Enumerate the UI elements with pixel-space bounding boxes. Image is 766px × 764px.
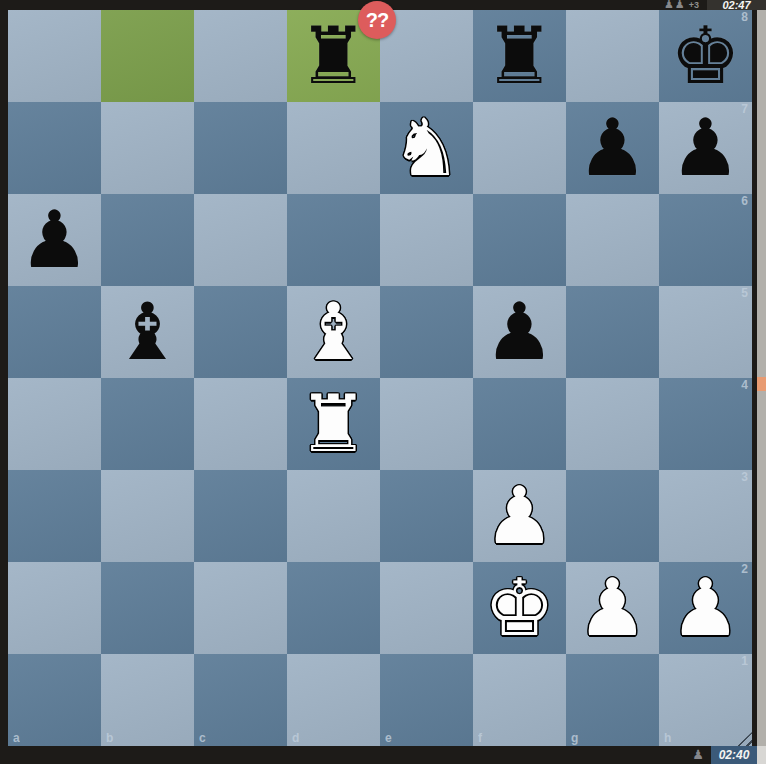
square-a5[interactable] — [8, 286, 101, 378]
square-f7[interactable] — [473, 102, 566, 194]
rank-label-1: 1 — [741, 654, 748, 668]
square-g3[interactable] — [566, 470, 659, 562]
square-h1[interactable]: h1 — [659, 654, 752, 746]
page-scrollbar[interactable] — [757, 10, 766, 746]
square-a2[interactable] — [8, 562, 101, 654]
file-label-e: e — [385, 731, 392, 745]
black-pawn-a6[interactable]: ♟ — [8, 194, 101, 286]
square-a7[interactable] — [8, 102, 101, 194]
square-e6[interactable] — [380, 194, 473, 286]
rank-label-6: 6 — [741, 194, 748, 208]
scrollbar-corner — [757, 746, 766, 764]
square-f5[interactable]: ♟ — [473, 286, 566, 378]
white-pawn-h2[interactable]: ♟ — [659, 562, 752, 654]
square-c5[interactable] — [194, 286, 287, 378]
square-c3[interactable] — [194, 470, 287, 562]
blunder-badge: ?? — [358, 1, 396, 39]
square-h6[interactable]: 6 — [659, 194, 752, 286]
square-c4[interactable] — [194, 378, 287, 470]
bottom-player-bar: ♟ 02:40 — [0, 746, 766, 764]
material-score: +3 — [689, 0, 699, 10]
square-h4[interactable]: 4 — [659, 378, 752, 470]
file-label-c: c — [199, 731, 206, 745]
black-bishop-b5[interactable]: ♝ — [101, 286, 194, 378]
square-a1[interactable]: a — [8, 654, 101, 746]
square-h8[interactable]: 8♚ — [659, 10, 752, 102]
square-f2[interactable]: ♚ — [473, 562, 566, 654]
square-e1[interactable]: e — [380, 654, 473, 746]
square-e2[interactable] — [380, 562, 473, 654]
square-a3[interactable] — [8, 470, 101, 562]
scrollbar-marker[interactable] — [757, 377, 766, 391]
square-c1[interactable]: c — [194, 654, 287, 746]
material-advantage: ♟♟ +3 — [664, 0, 699, 10]
white-bishop-d5[interactable]: ♝ — [287, 286, 380, 378]
square-d3[interactable] — [287, 470, 380, 562]
square-h5[interactable]: 5 — [659, 286, 752, 378]
square-c7[interactable] — [194, 102, 287, 194]
square-b5[interactable]: ♝ — [101, 286, 194, 378]
black-clock: 02:47 — [707, 0, 766, 10]
square-c6[interactable] — [194, 194, 287, 286]
square-h7[interactable]: 7♟ — [659, 102, 752, 194]
square-d5[interactable]: ♝ — [287, 286, 380, 378]
white-pawn-f3[interactable]: ♟ — [473, 470, 566, 562]
black-pawn-g7[interactable]: ♟ — [566, 102, 659, 194]
square-b1[interactable]: b — [101, 654, 194, 746]
square-e7[interactable]: ♞ — [380, 102, 473, 194]
square-f6[interactable] — [473, 194, 566, 286]
rank-label-4: 4 — [741, 378, 748, 392]
square-g5[interactable] — [566, 286, 659, 378]
square-f8[interactable]: ♜ — [473, 10, 566, 102]
square-e3[interactable] — [380, 470, 473, 562]
square-d7[interactable] — [287, 102, 380, 194]
white-king-f2[interactable]: ♚ — [473, 562, 566, 654]
black-pawn-f5[interactable]: ♟ — [473, 286, 566, 378]
black-rook-f8[interactable]: ♜ — [473, 10, 566, 102]
square-c8[interactable] — [194, 10, 287, 102]
file-label-h: h — [664, 731, 671, 745]
black-king-h8[interactable]: ♚ — [659, 10, 752, 102]
square-b6[interactable] — [101, 194, 194, 286]
square-d2[interactable] — [287, 562, 380, 654]
square-e5[interactable] — [380, 286, 473, 378]
square-b4[interactable] — [101, 378, 194, 470]
square-e4[interactable] — [380, 378, 473, 470]
file-label-b: b — [106, 731, 113, 745]
square-g1[interactable]: g — [566, 654, 659, 746]
chess-board[interactable]: ♜♜8♚♞♟7♟♟6♝♝♟5♜4♟3♚♟2♟abcdefgh1 — [8, 10, 752, 746]
square-d4[interactable]: ♜ — [287, 378, 380, 470]
white-clock: 02:40 — [711, 746, 757, 764]
white-pawn-g2[interactable]: ♟ — [566, 562, 659, 654]
white-rook-d4[interactable]: ♜ — [287, 378, 380, 470]
square-a4[interactable] — [8, 378, 101, 470]
square-h2[interactable]: 2♟ — [659, 562, 752, 654]
black-pawn-h7[interactable]: ♟ — [659, 102, 752, 194]
square-b8[interactable] — [101, 10, 194, 102]
file-label-f: f — [478, 731, 482, 745]
square-b7[interactable] — [101, 102, 194, 194]
square-f4[interactable] — [473, 378, 566, 470]
white-knight-e7[interactable]: ♞ — [380, 102, 473, 194]
square-d1[interactable]: d — [287, 654, 380, 746]
square-a8[interactable] — [8, 10, 101, 102]
square-h3[interactable]: 3 — [659, 470, 752, 562]
square-g7[interactable]: ♟ — [566, 102, 659, 194]
file-label-d: d — [292, 731, 299, 745]
rank-label-5: 5 — [741, 286, 748, 300]
square-f3[interactable]: ♟ — [473, 470, 566, 562]
file-label-a: a — [13, 731, 20, 745]
square-f1[interactable]: f — [473, 654, 566, 746]
square-g6[interactable] — [566, 194, 659, 286]
square-g8[interactable] — [566, 10, 659, 102]
square-d6[interactable] — [287, 194, 380, 286]
captured-pawns-icons: ♟♟ — [664, 0, 686, 10]
pawn-icon: ♟ — [692, 746, 704, 764]
square-g2[interactable]: ♟ — [566, 562, 659, 654]
square-b2[interactable] — [101, 562, 194, 654]
square-g4[interactable] — [566, 378, 659, 470]
square-b3[interactable] — [101, 470, 194, 562]
rank-label-3: 3 — [741, 470, 748, 484]
square-a6[interactable]: ♟ — [8, 194, 101, 286]
square-c2[interactable] — [194, 562, 287, 654]
file-label-g: g — [571, 731, 578, 745]
